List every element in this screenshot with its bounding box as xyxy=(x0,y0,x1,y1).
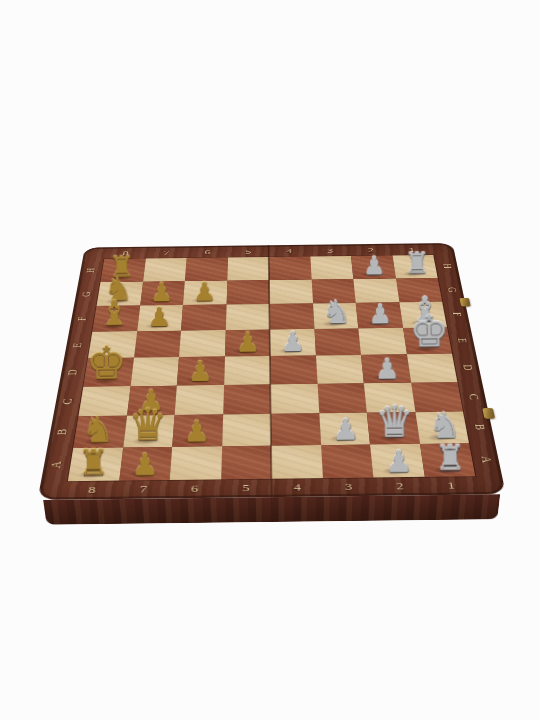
piece-shadow xyxy=(86,376,124,385)
piece-shadow xyxy=(397,270,432,277)
board-square-c4 xyxy=(270,384,318,414)
board-square-h2: ♟ xyxy=(351,255,395,278)
board-square-d1 xyxy=(406,354,457,383)
rank-label-near-4: 4 xyxy=(272,482,324,493)
board-square-b5 xyxy=(222,414,271,446)
gold-pawn-piece: ♟ xyxy=(224,328,270,356)
piece-shadow xyxy=(227,347,263,356)
chess-board: ♜♟♜♞♟♟♝♟♞♟♝♟♟♚♚♟♟♟♞♛♟♟♛♞♜♟♟♜ 88776655443… xyxy=(38,243,506,500)
piece-shadow xyxy=(126,436,166,446)
board-square-f5 xyxy=(225,304,269,330)
board-square-d2: ♟ xyxy=(361,354,411,383)
board-square-a5 xyxy=(221,445,272,479)
board-square-a7: ♟ xyxy=(119,447,172,481)
rank-label-near-2: 2 xyxy=(374,481,427,492)
board-square-e3 xyxy=(314,328,361,355)
board-square-g7: ♟ xyxy=(140,281,185,306)
gold-pawn-piece: ♟ xyxy=(118,449,169,480)
file-label-right-E: E xyxy=(439,336,486,345)
rank-label-far-3: 3 xyxy=(309,247,350,254)
file-label-left-F: F xyxy=(59,315,104,323)
board-square-d3 xyxy=(315,355,363,384)
board-square-b7: ♛ xyxy=(123,415,175,447)
file-label-right-G: G xyxy=(430,286,474,294)
board-square-c5 xyxy=(223,384,271,414)
rank-label-far-8: 8 xyxy=(105,250,147,257)
board-square-c2 xyxy=(364,382,415,412)
rank-label-near-5: 5 xyxy=(220,483,272,494)
piece-shadow xyxy=(404,318,441,326)
brass-latch-icon xyxy=(482,408,495,419)
board-square-d6: ♟ xyxy=(177,357,225,386)
board-square-b6: ♟ xyxy=(172,414,222,446)
piece-shadow xyxy=(355,270,389,277)
piece-shadow xyxy=(316,320,352,328)
board-square-a1: ♜ xyxy=(419,443,475,477)
board-square-a3 xyxy=(321,444,374,478)
board-square-c7: ♟ xyxy=(127,385,177,415)
piece-shadow xyxy=(421,432,462,442)
silver-pawn-piece: ♟ xyxy=(373,446,424,477)
board-square-g3 xyxy=(311,279,356,304)
board-square-d8: ♚ xyxy=(83,358,133,387)
piece-shadow xyxy=(71,469,113,480)
silver-pawn-piece: ♟ xyxy=(320,414,370,444)
board-square-h3 xyxy=(310,256,353,279)
piece-shadow xyxy=(375,465,417,476)
file-label-left-G: G xyxy=(64,290,108,298)
piece-shadow xyxy=(360,319,396,327)
board-square-e4: ♟ xyxy=(270,329,316,356)
gold-pawn-piece: ♟ xyxy=(140,279,183,305)
board-square-h7 xyxy=(143,258,187,281)
file-label-left-H: H xyxy=(69,267,112,275)
file-label-right-H: H xyxy=(426,262,469,270)
rank-label-near-6: 6 xyxy=(169,483,221,494)
gold-pawn-piece: ♟ xyxy=(177,356,224,384)
board-square-c1 xyxy=(411,382,463,412)
rank-label-near-8: 8 xyxy=(66,484,119,495)
board-square-g5 xyxy=(226,280,269,305)
silver-rook-piece: ♜ xyxy=(424,441,475,476)
silver-pawn-piece: ♟ xyxy=(270,328,316,356)
piece-shadow xyxy=(103,274,138,281)
silver-pawn-piece: ♟ xyxy=(353,253,395,279)
brass-latch-icon xyxy=(459,298,470,307)
rank-label-far-2: 2 xyxy=(350,247,392,254)
board-square-e5: ♟ xyxy=(225,329,270,356)
board-square-d5 xyxy=(224,356,271,385)
piece-shadow xyxy=(175,435,215,445)
piece-shadow xyxy=(95,322,131,330)
gold-pawn-piece: ♟ xyxy=(126,386,174,415)
piece-shadow xyxy=(139,322,175,330)
board-square-b4 xyxy=(271,413,321,445)
silver-pawn-piece: ♟ xyxy=(358,301,403,328)
board-square-f2: ♟ xyxy=(356,302,403,328)
piece-shadow xyxy=(130,405,169,415)
board-square-c6 xyxy=(175,385,224,415)
rank-label-far-5: 5 xyxy=(228,248,269,255)
board-square-g2 xyxy=(353,278,399,303)
gold-pawn-piece: ♟ xyxy=(183,278,226,304)
board-square-h4 xyxy=(269,256,311,279)
board-square-f6 xyxy=(181,304,226,330)
board-square-d4 xyxy=(270,355,317,384)
board-square-a8: ♜ xyxy=(68,447,123,481)
board-square-c3 xyxy=(317,383,367,413)
piece-shadow xyxy=(122,468,164,479)
board-square-a4 xyxy=(271,445,322,479)
piece-shadow xyxy=(372,433,412,443)
board-square-g4 xyxy=(269,279,312,304)
board-square-a2: ♟ xyxy=(370,444,424,478)
rank-label-far-6: 6 xyxy=(187,249,228,256)
silver-pawn-piece: ♟ xyxy=(363,354,410,382)
board-square-e6 xyxy=(179,330,225,357)
gold-pawn-piece: ♟ xyxy=(136,304,181,331)
piece-shadow xyxy=(426,465,468,476)
board-square-h5 xyxy=(227,257,269,280)
board-square-f3: ♞ xyxy=(313,303,359,329)
rank-label-far-4: 4 xyxy=(269,248,310,255)
photo-stage: ♜♟♜♞♟♟♝♟♞♟♝♟♟♚♚♟♟♟♞♛♟♟♛♞♜♟♟♜ 88776655443… xyxy=(0,0,540,720)
gold-rook-piece: ♜ xyxy=(68,445,119,480)
gold-pawn-piece: ♟ xyxy=(172,416,222,446)
piece-shadow xyxy=(323,433,363,443)
board-square-f7: ♟ xyxy=(137,305,183,331)
file-label-right-F: F xyxy=(434,310,479,318)
rank-label-near-3: 3 xyxy=(323,481,375,492)
file-label-left-E: E xyxy=(54,340,100,349)
piece-shadow xyxy=(99,297,134,305)
piece-shadow xyxy=(408,345,446,354)
board-square-b2: ♛ xyxy=(367,412,420,444)
board-front-edge xyxy=(43,494,500,524)
board-square-e2 xyxy=(358,328,406,355)
board-square-a6 xyxy=(170,446,222,480)
rank-label-near-7: 7 xyxy=(117,484,169,495)
piece-shadow xyxy=(76,436,117,446)
board-square-d7 xyxy=(130,357,179,386)
piece-shadow xyxy=(273,346,309,355)
piece-shadow xyxy=(366,373,404,382)
board-square-g6: ♟ xyxy=(183,280,227,305)
board-square-e7 xyxy=(134,330,182,357)
rank-label-far-1: 1 xyxy=(391,246,433,253)
board-square-h6 xyxy=(185,257,228,280)
piece-shadow xyxy=(142,297,177,305)
piece-shadow xyxy=(180,375,218,384)
board-square-b8: ♞ xyxy=(73,416,126,448)
gold-knight-piece: ♞ xyxy=(73,411,123,447)
piece-shadow xyxy=(186,296,221,304)
board-square-f4 xyxy=(269,303,314,329)
rank-label-far-7: 7 xyxy=(146,249,187,256)
silver-knight-piece: ♞ xyxy=(419,406,469,442)
board-square-b1: ♞ xyxy=(415,412,469,444)
rank-label-near-1: 1 xyxy=(425,480,478,491)
board-square-c8 xyxy=(78,386,130,416)
board-square-b3: ♟ xyxy=(319,413,370,445)
